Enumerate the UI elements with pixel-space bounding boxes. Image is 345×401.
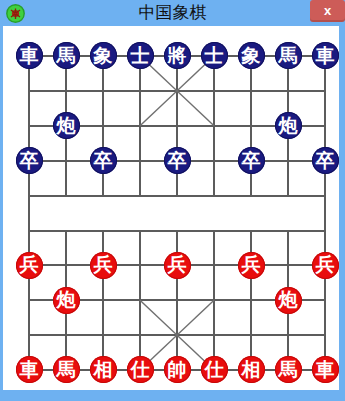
piece-red[interactable]: 兵 — [312, 252, 339, 279]
piece-blue[interactable]: 將 — [164, 42, 191, 69]
piece-blue[interactable]: 炮 — [275, 112, 302, 139]
board-intersection[interactable]: 相 — [233, 353, 270, 388]
piece-red[interactable]: 兵 — [164, 252, 191, 279]
board-intersection[interactable]: 車 — [11, 353, 48, 388]
board-intersection[interactable] — [85, 318, 122, 353]
piece-red[interactable]: 炮 — [53, 287, 80, 314]
piece-red[interactable]: 兵 — [16, 252, 43, 279]
board-intersection[interactable] — [307, 73, 340, 108]
board-intersection[interactable]: 馬 — [270, 353, 307, 388]
piece-blue[interactable]: 卒 — [238, 147, 265, 174]
board-intersection[interactable] — [307, 213, 340, 248]
board-intersection[interactable] — [196, 143, 233, 178]
board-intersection[interactable]: 卒 — [233, 143, 270, 178]
board-intersection[interactable]: 兵 — [11, 248, 48, 283]
board-intersection[interactable] — [85, 213, 122, 248]
close-icon: x — [324, 3, 331, 18]
piece-red[interactable]: 車 — [16, 356, 43, 383]
board-intersection[interactable] — [11, 178, 48, 213]
board-intersection[interactable] — [196, 108, 233, 143]
board-intersection[interactable] — [159, 283, 196, 318]
piece-red[interactable]: 兵 — [90, 252, 117, 279]
board-intersection[interactable] — [270, 248, 307, 283]
board-grid: 車馬象士將士象馬車炮炮卒卒卒卒卒兵兵兵兵兵炮炮車馬相仕帥仕相馬車 — [11, 39, 340, 388]
piece-red[interactable]: 馬 — [53, 356, 80, 383]
board-intersection[interactable] — [159, 318, 196, 353]
board-intersection[interactable] — [307, 108, 340, 143]
board-intersection[interactable]: 象 — [233, 39, 270, 74]
board-intersection[interactable] — [270, 178, 307, 213]
piece-blue[interactable]: 卒 — [16, 147, 43, 174]
board-intersection[interactable] — [307, 178, 340, 213]
piece-red[interactable]: 相 — [90, 356, 117, 383]
board-intersection[interactable] — [196, 248, 233, 283]
board-intersection[interactable] — [270, 213, 307, 248]
board-intersection[interactable]: 象 — [85, 39, 122, 74]
board-intersection[interactable] — [48, 143, 85, 178]
piece-blue[interactable]: 士 — [201, 42, 228, 69]
board-intersection[interactable] — [196, 178, 233, 213]
board-intersection[interactable]: 士 — [196, 39, 233, 74]
board-intersection[interactable] — [48, 73, 85, 108]
piece-red[interactable]: 相 — [238, 356, 265, 383]
board-intersection[interactable]: 炮 — [48, 283, 85, 318]
board-intersection[interactable]: 車 — [307, 353, 340, 388]
board-intersection[interactable]: 車 — [11, 39, 48, 74]
board-intersection[interactable] — [122, 143, 159, 178]
board-intersection[interactable] — [196, 73, 233, 108]
board-intersection[interactable] — [11, 108, 48, 143]
board-intersection[interactable] — [85, 73, 122, 108]
board-intersection[interactable]: 仕 — [122, 353, 159, 388]
piece-blue[interactable]: 卒 — [90, 147, 117, 174]
piece-blue[interactable]: 車 — [16, 42, 43, 69]
board-intersection[interactable] — [233, 283, 270, 318]
board-intersection[interactable]: 卒 — [307, 143, 340, 178]
close-button[interactable]: x — [310, 0, 345, 22]
board-intersection[interactable] — [122, 213, 159, 248]
board-intersection[interactable] — [122, 283, 159, 318]
board-panel: 車馬象士將士象馬車炮炮卒卒卒卒卒兵兵兵兵兵炮炮車馬相仕帥仕相馬車 — [3, 26, 339, 390]
board-intersection[interactable]: 相 — [85, 353, 122, 388]
board-intersection[interactable] — [159, 178, 196, 213]
board-intersection[interactable] — [233, 108, 270, 143]
board-intersection[interactable]: 馬 — [270, 39, 307, 74]
board-intersection[interactable] — [159, 108, 196, 143]
board-intersection[interactable] — [85, 283, 122, 318]
board-intersection[interactable] — [122, 178, 159, 213]
piece-blue[interactable]: 馬 — [275, 42, 302, 69]
board-intersection[interactable]: 馬 — [48, 39, 85, 74]
board-intersection[interactable] — [122, 108, 159, 143]
board-intersection[interactable] — [233, 213, 270, 248]
board-intersection[interactable]: 卒 — [85, 143, 122, 178]
board-intersection[interactable] — [48, 248, 85, 283]
piece-blue[interactable]: 卒 — [312, 147, 339, 174]
board-intersection[interactable]: 炮 — [270, 283, 307, 318]
board-intersection[interactable]: 馬 — [48, 353, 85, 388]
piece-red[interactable]: 車 — [312, 356, 339, 383]
piece-blue[interactable]: 象 — [90, 42, 117, 69]
board-intersection[interactable]: 將 — [159, 39, 196, 74]
board-intersection[interactable]: 炮 — [48, 108, 85, 143]
piece-blue[interactable]: 卒 — [164, 147, 191, 174]
board-intersection[interactable]: 兵 — [233, 248, 270, 283]
titlebar[interactable]: 中国象棋 x — [0, 0, 345, 26]
board-intersection[interactable] — [233, 318, 270, 353]
board-intersection[interactable]: 兵 — [159, 248, 196, 283]
board-intersection[interactable] — [122, 318, 159, 353]
piece-blue[interactable]: 象 — [238, 42, 265, 69]
board-intersection[interactable]: 兵 — [307, 248, 340, 283]
board-intersection[interactable] — [159, 213, 196, 248]
piece-blue[interactable]: 炮 — [53, 112, 80, 139]
board-intersection[interactable]: 車 — [307, 39, 340, 74]
piece-red[interactable]: 兵 — [238, 252, 265, 279]
piece-red[interactable]: 仕 — [201, 356, 228, 383]
board-intersection[interactable] — [11, 73, 48, 108]
piece-blue[interactable]: 車 — [312, 42, 339, 69]
board-intersection[interactable] — [270, 143, 307, 178]
board-intersection[interactable] — [159, 73, 196, 108]
piece-blue[interactable]: 士 — [127, 42, 154, 69]
piece-red[interactable]: 仕 — [127, 356, 154, 383]
board-intersection[interactable]: 仕 — [196, 353, 233, 388]
board-intersection[interactable] — [233, 73, 270, 108]
board-intersection[interactable]: 士 — [122, 39, 159, 74]
piece-blue[interactable]: 馬 — [53, 42, 80, 69]
board-intersection[interactable] — [196, 213, 233, 248]
board-intersection[interactable]: 炮 — [270, 108, 307, 143]
board-intersection[interactable] — [11, 318, 48, 353]
piece-red[interactable]: 帥 — [164, 356, 191, 383]
window-title: 中国象棋 — [0, 3, 345, 23]
board-intersection[interactable] — [48, 213, 85, 248]
board-intersection[interactable] — [85, 108, 122, 143]
board-intersection[interactable] — [307, 318, 340, 353]
board-intersection[interactable]: 帥 — [159, 353, 196, 388]
board-intersection[interactable] — [85, 178, 122, 213]
board-intersection[interactable] — [48, 178, 85, 213]
board-intersection[interactable] — [233, 178, 270, 213]
board-intersection[interactable] — [307, 283, 340, 318]
board-intersection[interactable]: 卒 — [159, 143, 196, 178]
board-intersection[interactable] — [196, 283, 233, 318]
board-intersection[interactable] — [48, 318, 85, 353]
board-intersection[interactable] — [122, 248, 159, 283]
board-intersection[interactable] — [270, 73, 307, 108]
board-intersection[interactable] — [11, 283, 48, 318]
piece-red[interactable]: 炮 — [275, 287, 302, 314]
board-intersection[interactable] — [196, 318, 233, 353]
board-intersection[interactable] — [11, 213, 48, 248]
board-intersection[interactable] — [122, 73, 159, 108]
board-intersection[interactable] — [270, 318, 307, 353]
board-intersection[interactable]: 卒 — [11, 143, 48, 178]
board-intersection[interactable]: 兵 — [85, 248, 122, 283]
piece-red[interactable]: 馬 — [275, 356, 302, 383]
